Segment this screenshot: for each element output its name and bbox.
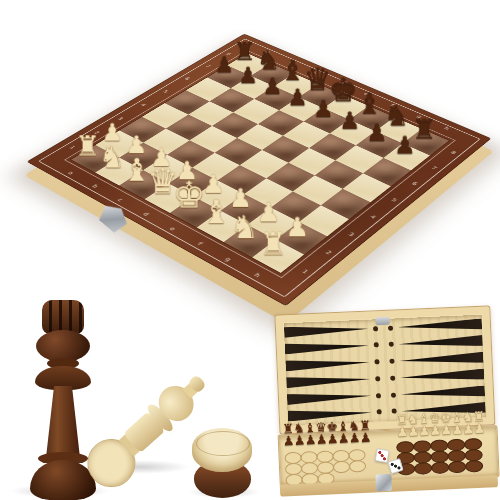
light-stored-piece: ♟ [462, 423, 474, 435]
dark-stored-piece: ♟ [316, 434, 328, 446]
box-clasp-icon [375, 474, 392, 492]
tray-dark-pieces: ♜♞♝♛♚♝♞♜♟♟♟♟♟♟♟♟ [282, 419, 377, 447]
light-stored-piece: ♟ [473, 423, 485, 435]
dark-stored-checker [431, 461, 450, 474]
dark-stored-checker [465, 460, 484, 473]
chess-board-scene: aabbccddeeffgghh8877665544332211 ♜♞♝♛♚♝♞… [27, 34, 492, 307]
point-dot [374, 343, 379, 348]
light-stored-piece: ♟ [418, 425, 430, 437]
tray-dark-checkers [397, 438, 496, 475]
dark-stored-piece: ♟ [305, 434, 317, 446]
dark-stored-checker [448, 461, 467, 474]
rank-label-right: 6 [407, 180, 421, 188]
file-label-bottom: b [80, 178, 110, 195]
light-stored-piece: ♟ [429, 425, 441, 437]
file-label-bottom: d [130, 206, 161, 224]
light-stored-piece: ♟ [396, 426, 408, 438]
point-dot [374, 359, 379, 364]
backgammon-point-left [285, 357, 369, 372]
dark-stored-checker [414, 462, 433, 475]
backgammon-point-left [285, 340, 369, 355]
backgammon-point-right [399, 335, 483, 350]
point-dot [375, 376, 380, 381]
rank-label-right: 1 [297, 267, 313, 277]
rank-label-right: 5 [386, 196, 401, 204]
storage-box-open: ♜♞♝♛♚♝♞♜♟♟♟♟♟♟♟♟ ♜♞♝♛♚♝♞♜♟♟♟♟♟♟♟♟ [270, 293, 500, 498]
point-dot [390, 375, 395, 380]
light-stored-piece: ♟ [440, 424, 452, 436]
dark-stored-piece: ♟ [338, 433, 350, 445]
backgammon-panel [284, 315, 486, 426]
point-dot [376, 393, 381, 398]
dark-stored-piece: ♟ [294, 435, 306, 447]
backgammon-point-right [400, 369, 484, 384]
light-stored-checker [333, 461, 351, 474]
backgammon-point-left [287, 390, 371, 405]
point-dot [388, 325, 393, 330]
point-dot [389, 359, 394, 364]
light-checker-disc [192, 428, 252, 472]
product-photo: aabbccddeeffgghh8877665544332211 ♜♞♝♛♚♝♞… [0, 0, 500, 500]
file-label-bottom: e [156, 220, 188, 238]
backgammon-point-right [398, 318, 482, 333]
dark-stored-piece: ♟ [327, 433, 339, 445]
light-stored-piece: ♟ [407, 426, 419, 438]
backgammon-point-left [286, 374, 370, 389]
light-stored-checker [349, 460, 367, 473]
rank-label-right: 8 [446, 149, 460, 157]
rank-label-right: 4 [365, 213, 380, 222]
hinge-icon [376, 317, 390, 326]
backgammon-point-left [284, 323, 368, 338]
backgammon-point-right [401, 385, 485, 400]
backgammon-point-right [399, 352, 483, 367]
king-crown [42, 300, 84, 334]
rank-label-right: 2 [320, 248, 335, 257]
point-dot [373, 326, 378, 331]
point-dot [377, 410, 382, 415]
point-dot [389, 342, 394, 347]
dark-stored-piece: ♟ [360, 432, 372, 444]
rank-label-right: 3 [343, 230, 358, 239]
point-dot [391, 392, 396, 397]
tray-light-pieces: ♜♞♝♛♚♝♞♜♟♟♟♟♟♟♟♟ [396, 410, 493, 438]
rank-label-right: 7 [427, 164, 441, 172]
dark-stored-piece: ♟ [349, 432, 361, 444]
file-label-bottom: f [183, 235, 216, 254]
file-label-bottom: a [56, 165, 85, 181]
piece-glyph: ♟ [382, 132, 426, 160]
piece-glyph: ♜ [248, 227, 297, 262]
dark-stored-piece: ♟ [283, 435, 295, 447]
light-stored-piece: ♟ [451, 424, 463, 436]
